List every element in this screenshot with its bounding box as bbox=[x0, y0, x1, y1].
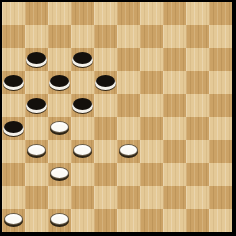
black-man[interactable] bbox=[96, 75, 115, 87]
square-r2c8 bbox=[186, 48, 209, 71]
square-r4c1[interactable] bbox=[25, 94, 48, 117]
square-r7c3 bbox=[71, 163, 94, 186]
black-man[interactable] bbox=[50, 75, 69, 87]
white-man[interactable] bbox=[4, 213, 23, 225]
square-r3c5 bbox=[117, 71, 140, 94]
square-r8c8 bbox=[186, 186, 209, 209]
square-r4c3[interactable] bbox=[71, 94, 94, 117]
square-r5c9 bbox=[209, 117, 232, 140]
square-r1c8[interactable] bbox=[186, 25, 209, 48]
square-r6c2 bbox=[48, 140, 71, 163]
square-r4c2 bbox=[48, 94, 71, 117]
square-r7c9 bbox=[209, 163, 232, 186]
square-r3c1 bbox=[25, 71, 48, 94]
square-r3c6[interactable] bbox=[140, 71, 163, 94]
square-r8c4 bbox=[94, 186, 117, 209]
draughts-board-frame bbox=[0, 0, 236, 236]
square-r6c9[interactable] bbox=[209, 140, 232, 163]
black-man[interactable] bbox=[73, 52, 92, 64]
square-r2c2 bbox=[48, 48, 71, 71]
square-r3c8[interactable] bbox=[186, 71, 209, 94]
square-r8c7[interactable] bbox=[163, 186, 186, 209]
square-r4c6 bbox=[140, 94, 163, 117]
square-r5c3 bbox=[71, 117, 94, 140]
black-man[interactable] bbox=[4, 75, 23, 87]
square-r6c0 bbox=[2, 140, 25, 163]
white-man[interactable] bbox=[50, 121, 69, 133]
square-r6c7[interactable] bbox=[163, 140, 186, 163]
square-r5c0[interactable] bbox=[2, 117, 25, 140]
square-r5c4[interactable] bbox=[94, 117, 117, 140]
square-r9c2[interactable] bbox=[48, 209, 71, 232]
white-man[interactable] bbox=[27, 144, 46, 156]
square-r8c5[interactable] bbox=[117, 186, 140, 209]
square-r4c4 bbox=[94, 94, 117, 117]
square-r4c7[interactable] bbox=[163, 94, 186, 117]
square-r2c9[interactable] bbox=[209, 48, 232, 71]
square-r2c7[interactable] bbox=[163, 48, 186, 71]
square-r1c6[interactable] bbox=[140, 25, 163, 48]
square-r9c0[interactable] bbox=[2, 209, 25, 232]
square-r7c7 bbox=[163, 163, 186, 186]
square-r3c3 bbox=[71, 71, 94, 94]
square-r1c9 bbox=[209, 25, 232, 48]
white-man[interactable] bbox=[50, 167, 69, 179]
square-r9c5 bbox=[117, 209, 140, 232]
square-r1c3 bbox=[71, 25, 94, 48]
square-r7c5 bbox=[117, 163, 140, 186]
square-r1c4[interactable] bbox=[94, 25, 117, 48]
square-r5c7 bbox=[163, 117, 186, 140]
square-r8c1[interactable] bbox=[25, 186, 48, 209]
square-r5c2[interactable] bbox=[48, 117, 71, 140]
white-man[interactable] bbox=[73, 144, 92, 156]
square-r8c3[interactable] bbox=[71, 186, 94, 209]
square-r8c0 bbox=[2, 186, 25, 209]
square-r8c6 bbox=[140, 186, 163, 209]
square-r1c7 bbox=[163, 25, 186, 48]
square-r7c1 bbox=[25, 163, 48, 186]
square-r5c8[interactable] bbox=[186, 117, 209, 140]
square-r2c1[interactable] bbox=[25, 48, 48, 71]
square-r9c6[interactable] bbox=[140, 209, 163, 232]
square-r9c9 bbox=[209, 209, 232, 232]
square-r0c5[interactable] bbox=[117, 2, 140, 25]
draughts-board bbox=[2, 2, 232, 232]
square-r0c3[interactable] bbox=[71, 2, 94, 25]
square-r7c2[interactable] bbox=[48, 163, 71, 186]
square-r1c0[interactable] bbox=[2, 25, 25, 48]
square-r9c4[interactable] bbox=[94, 209, 117, 232]
square-r2c4 bbox=[94, 48, 117, 71]
square-r0c8 bbox=[186, 2, 209, 25]
square-r1c2[interactable] bbox=[48, 25, 71, 48]
square-r4c0 bbox=[2, 94, 25, 117]
square-r2c6 bbox=[140, 48, 163, 71]
square-r0c1[interactable] bbox=[25, 2, 48, 25]
square-r9c1 bbox=[25, 209, 48, 232]
square-r0c2 bbox=[48, 2, 71, 25]
square-r7c4[interactable] bbox=[94, 163, 117, 186]
square-r3c4[interactable] bbox=[94, 71, 117, 94]
square-r3c2[interactable] bbox=[48, 71, 71, 94]
square-r9c8[interactable] bbox=[186, 209, 209, 232]
screenshot-stage bbox=[0, 0, 236, 236]
square-r1c5 bbox=[117, 25, 140, 48]
square-r5c5 bbox=[117, 117, 140, 140]
square-r7c6[interactable] bbox=[140, 163, 163, 186]
square-r2c3[interactable] bbox=[71, 48, 94, 71]
square-r9c3 bbox=[71, 209, 94, 232]
square-r6c4 bbox=[94, 140, 117, 163]
square-r1c1 bbox=[25, 25, 48, 48]
square-r8c2 bbox=[48, 186, 71, 209]
square-r0c7[interactable] bbox=[163, 2, 186, 25]
square-r6c5[interactable] bbox=[117, 140, 140, 163]
square-r0c4 bbox=[94, 2, 117, 25]
square-r7c0[interactable] bbox=[2, 163, 25, 186]
square-r2c0 bbox=[2, 48, 25, 71]
square-r6c1[interactable] bbox=[25, 140, 48, 163]
square-r3c9 bbox=[209, 71, 232, 94]
square-r7c8[interactable] bbox=[186, 163, 209, 186]
square-r6c3[interactable] bbox=[71, 140, 94, 163]
square-r0c9[interactable] bbox=[209, 2, 232, 25]
square-r3c7 bbox=[163, 71, 186, 94]
square-r0c0 bbox=[2, 2, 25, 25]
black-man[interactable] bbox=[4, 121, 23, 133]
square-r5c6[interactable] bbox=[140, 117, 163, 140]
square-r4c5[interactable] bbox=[117, 94, 140, 117]
square-r4c9[interactable] bbox=[209, 94, 232, 117]
white-man[interactable] bbox=[50, 213, 69, 225]
square-r5c1 bbox=[25, 117, 48, 140]
square-r4c8 bbox=[186, 94, 209, 117]
square-r0c6 bbox=[140, 2, 163, 25]
white-man[interactable] bbox=[119, 144, 138, 156]
square-r6c6 bbox=[140, 140, 163, 163]
black-man[interactable] bbox=[73, 98, 92, 110]
black-man[interactable] bbox=[27, 98, 46, 110]
black-man[interactable] bbox=[27, 52, 46, 64]
square-r8c9[interactable] bbox=[209, 186, 232, 209]
square-r6c8 bbox=[186, 140, 209, 163]
square-r2c5[interactable] bbox=[117, 48, 140, 71]
square-r9c7 bbox=[163, 209, 186, 232]
square-r3c0[interactable] bbox=[2, 71, 25, 94]
